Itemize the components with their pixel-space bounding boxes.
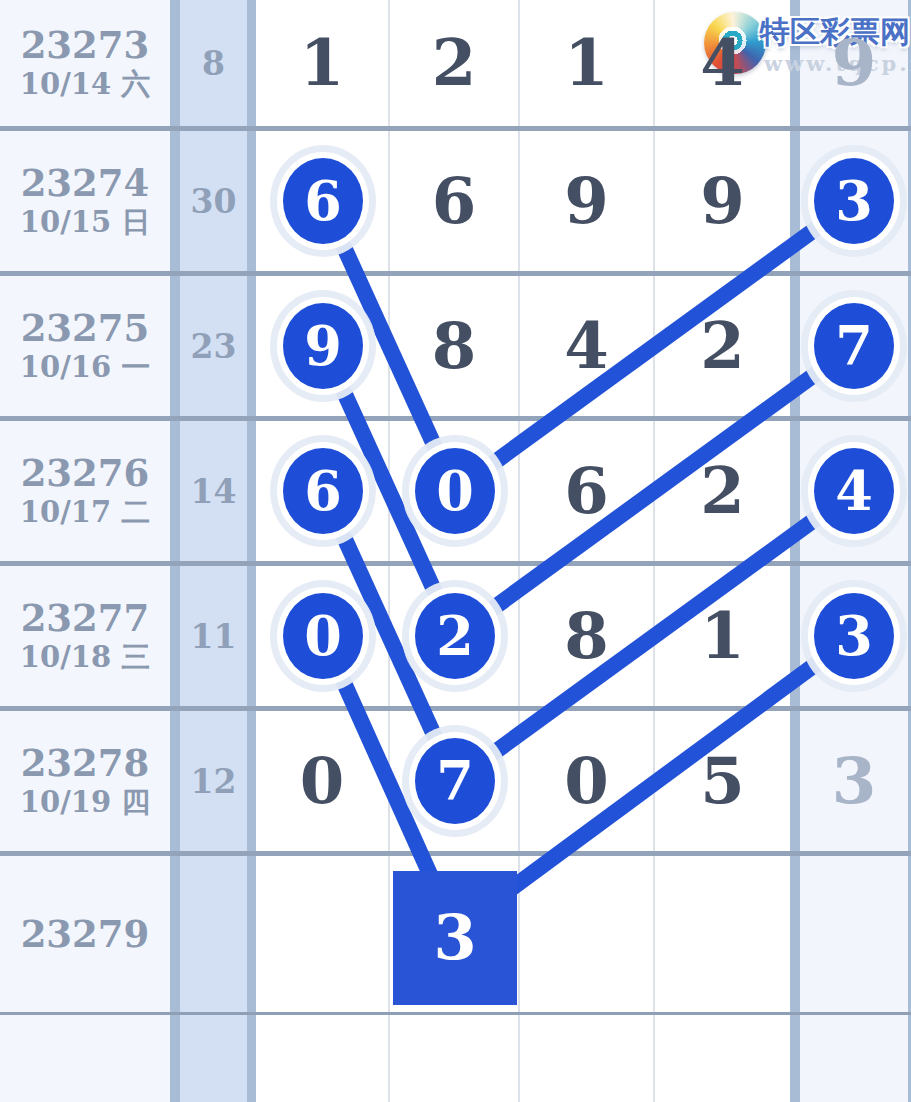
sum-cell <box>170 856 256 1012</box>
digit-cell: 5 <box>655 711 790 851</box>
draw-date: 10/17 二 <box>20 497 150 529</box>
issue-cell: 2327510/16 一 <box>0 276 170 416</box>
digit: 9 <box>564 169 609 233</box>
digit-cell: 1 <box>520 0 655 126</box>
circled-digit: 4 <box>808 442 900 540</box>
digit: 2 <box>700 314 745 378</box>
digit-cell: 0 <box>256 711 390 851</box>
digit: 6 <box>564 459 609 523</box>
sum-value: 11 <box>191 617 237 656</box>
sum-value: 30 <box>191 182 237 221</box>
issue-number: 23274 <box>21 163 150 204</box>
issue-cell: 23279 <box>0 856 170 1012</box>
digit: 8 <box>564 604 609 668</box>
column-divider <box>790 566 800 706</box>
circled-digit: 6 <box>277 152 369 250</box>
digit-cell <box>655 856 790 1012</box>
digit: 5 <box>700 749 745 813</box>
circled-digit: 6 <box>277 442 369 540</box>
column-divider <box>790 421 800 561</box>
draw-date: 10/16 一 <box>20 352 150 384</box>
sum-value: 14 <box>191 472 237 511</box>
digit-cell: 8 <box>390 276 520 416</box>
lottery-trend-chart: 2327310/14 六8121492327410/15 日3066993232… <box>0 0 911 1102</box>
issue-number: 23276 <box>21 453 150 494</box>
digit-cell: 8 <box>520 566 655 706</box>
issue-cell: 2327610/17 二 <box>0 421 170 561</box>
sum-cell: 23 <box>170 276 256 416</box>
digit: 4 <box>564 314 609 378</box>
circled-digit: 0 <box>409 442 501 540</box>
issue-cell: 2327810/19 四 <box>0 711 170 851</box>
circled-digit: 7 <box>808 297 900 395</box>
issue-cell: 2327410/15 日 <box>0 131 170 271</box>
circled-digit: 7 <box>409 732 501 830</box>
issue-cell <box>0 1015 170 1102</box>
digit: 9 <box>700 169 745 233</box>
sum-cell: 8 <box>170 0 256 126</box>
digit-cell <box>520 856 655 1012</box>
digit-cell: 2 <box>655 421 790 561</box>
issue-cell: 2327310/14 六 <box>0 0 170 126</box>
digit: 6 <box>432 169 477 233</box>
digit-cell: 4 <box>520 276 655 416</box>
column-divider <box>790 131 800 271</box>
digit-cell <box>390 1015 520 1102</box>
winning-square: 3 <box>393 871 517 1005</box>
sum-value: 23 <box>191 327 237 366</box>
digit: 0 <box>564 749 609 813</box>
digit-cell: 6 <box>390 131 520 271</box>
issue-number: 23278 <box>21 743 150 784</box>
sum-cell: 14 <box>170 421 256 561</box>
digit: 1 <box>564 31 609 95</box>
issue-number: 23273 <box>21 25 150 66</box>
digit-cell: 2 <box>655 276 790 416</box>
digit-cell <box>520 1015 655 1102</box>
draw-date: 10/18 三 <box>20 642 150 674</box>
digit: 0 <box>300 749 345 813</box>
draw-row <box>0 1015 911 1102</box>
issue-number: 23277 <box>21 598 150 639</box>
digit: 4 <box>700 31 745 95</box>
column-divider <box>790 856 800 1012</box>
circled-digit: 0 <box>277 587 369 685</box>
circled-digit: 3 <box>808 152 900 250</box>
digit-cell <box>256 856 390 1012</box>
digit-cell: 1 <box>655 566 790 706</box>
issue-number: 23275 <box>21 308 150 349</box>
digit: 8 <box>432 314 477 378</box>
draw-row: 2327410/15 日3066993 <box>0 131 911 276</box>
digit-cell-side: 3 <box>800 711 911 851</box>
column-divider <box>790 1015 800 1102</box>
issue-cell: 2327710/18 三 <box>0 566 170 706</box>
digit: 1 <box>300 31 345 95</box>
sum-cell: 30 <box>170 131 256 271</box>
digit-cell: 2 <box>390 0 520 126</box>
draw-date: 10/19 四 <box>20 787 150 819</box>
digit-cell: 9 <box>655 131 790 271</box>
digit: 2 <box>432 31 477 95</box>
digit-cell <box>655 1015 790 1102</box>
digit: 2 <box>700 459 745 523</box>
sum-value: 8 <box>202 44 225 83</box>
digit-cell: 1 <box>256 0 390 126</box>
digit-cell-side <box>800 1015 911 1102</box>
digit-cell: 9 <box>520 131 655 271</box>
digit: 1 <box>700 604 745 668</box>
draw-date: 10/15 日 <box>20 207 150 239</box>
sum-cell: 11 <box>170 566 256 706</box>
digit-cell-side <box>800 856 911 1012</box>
digit-cell: 6 <box>520 421 655 561</box>
circled-digit: 9 <box>277 297 369 395</box>
sum-cell: 12 <box>170 711 256 851</box>
digit-cell <box>256 1015 390 1102</box>
circled-digit: 2 <box>409 587 501 685</box>
sum-cell <box>170 1015 256 1102</box>
column-divider <box>790 276 800 416</box>
digit: 9 <box>832 31 877 95</box>
circled-digit: 3 <box>808 587 900 685</box>
sum-value: 12 <box>191 762 237 801</box>
digit-cell: 0 <box>520 711 655 851</box>
column-divider <box>790 711 800 851</box>
draw-date: 10/14 六 <box>20 69 150 101</box>
issue-number: 23279 <box>21 914 150 955</box>
digit: 3 <box>832 749 877 813</box>
draw-row: 2327510/16 一2398427 <box>0 276 911 421</box>
